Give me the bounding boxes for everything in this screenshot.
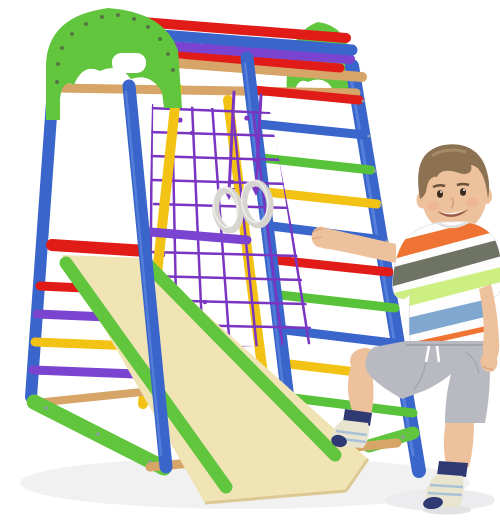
child-eye-right [460,188,466,196]
child-left-sock [330,409,372,449]
playset-illustration [0,0,500,523]
product-photo [0,0,500,523]
child-eye-left [437,190,443,198]
left-base-foot [34,402,164,468]
child-shirt [390,214,500,353]
child-right-leg [444,420,474,467]
